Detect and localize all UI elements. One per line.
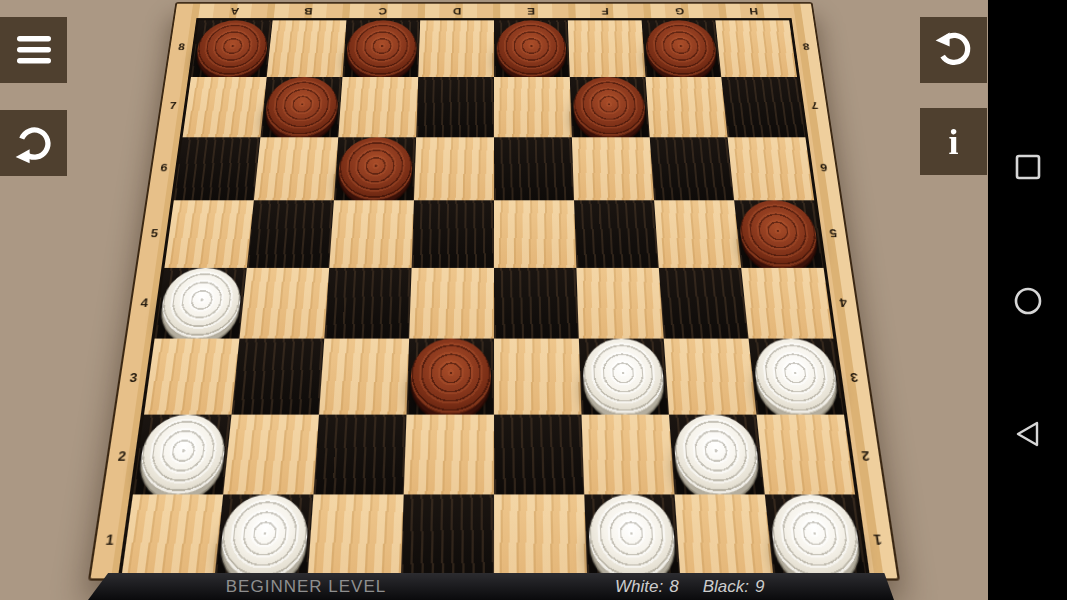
undo-icon: [933, 29, 975, 71]
square-c5[interactable]: [329, 201, 414, 268]
checkers-board: ABCDEFGH 87654321 87654321 ABCDEFGH: [88, 2, 900, 581]
white-score-value: 8: [669, 577, 678, 597]
frame-corner: [175, 4, 199, 19]
square-d1[interactable]: [401, 495, 494, 581]
rank-label-left-2: 2: [117, 449, 127, 463]
square-e6[interactable]: [494, 137, 574, 200]
square-d3[interactable]: [407, 339, 494, 414]
level-label: BEGINNER LEVEL: [216, 577, 396, 597]
black-piece-b7[interactable]: [264, 77, 340, 137]
back-triangle-icon[interactable]: [1015, 421, 1041, 447]
rank-label-right-6: 6: [820, 162, 829, 173]
file-label-top-e: E: [527, 6, 535, 15]
white-piece-a2[interactable]: [137, 414, 229, 494]
square-d7[interactable]: [416, 77, 494, 137]
square-g2[interactable]: [669, 414, 765, 494]
square-f3[interactable]: [579, 339, 669, 414]
square-a8[interactable]: [191, 20, 273, 77]
square-a2[interactable]: [133, 414, 232, 494]
home-circle-icon[interactable]: [1014, 287, 1042, 315]
file-label-top-c: C: [378, 6, 387, 15]
rotate-icon: [13, 122, 55, 164]
rank-label-left-8: 8: [178, 42, 186, 52]
square-g1[interactable]: [675, 495, 774, 581]
black-score-label: Black:: [703, 577, 749, 597]
square-c2[interactable]: [313, 414, 406, 494]
info-icon: i: [948, 124, 958, 160]
square-f5[interactable]: [574, 201, 659, 268]
rank-label-right-4: 4: [839, 297, 848, 309]
square-c6[interactable]: [334, 137, 416, 200]
black-score: Black: 9: [703, 577, 765, 597]
square-e8[interactable]: [494, 20, 570, 77]
square-b1[interactable]: [214, 495, 313, 581]
square-d8[interactable]: [418, 20, 494, 77]
file-label-top-b: B: [304, 6, 313, 15]
file-label-top-h: H: [749, 6, 759, 15]
white-piece-h1[interactable]: [768, 495, 863, 581]
frame-corner: [790, 4, 814, 19]
rank-label-left-7: 7: [169, 100, 177, 110]
square-h6[interactable]: [728, 137, 815, 200]
square-f6[interactable]: [572, 137, 654, 200]
file-label-top-g: G: [674, 6, 684, 15]
black-piece-f7[interactable]: [573, 77, 647, 137]
square-e5[interactable]: [494, 201, 576, 268]
square-d4[interactable]: [409, 268, 494, 339]
white-piece-b1[interactable]: [218, 495, 310, 581]
square-g8[interactable]: [642, 20, 722, 77]
rotate-board-button[interactable]: [0, 110, 67, 176]
square-e1[interactable]: [494, 495, 587, 581]
square-g4[interactable]: [659, 268, 749, 339]
square-h5[interactable]: [734, 201, 823, 268]
square-b3[interactable]: [232, 339, 325, 414]
square-g6[interactable]: [650, 137, 734, 200]
file-labels-top: ABCDEFGH: [196, 4, 791, 19]
rank-label-right-2: 2: [861, 449, 871, 463]
rank-label-left-4: 4: [140, 297, 149, 309]
square-b7[interactable]: [260, 77, 342, 137]
rank-label-left-3: 3: [129, 371, 138, 384]
square-f7[interactable]: [570, 77, 650, 137]
square-d5[interactable]: [412, 201, 494, 268]
square-a3[interactable]: [144, 339, 239, 414]
board-squares: [117, 18, 871, 583]
square-c4[interactable]: [324, 268, 411, 339]
square-e4[interactable]: [494, 268, 579, 339]
square-f8[interactable]: [568, 20, 646, 77]
square-g3[interactable]: [664, 339, 757, 414]
square-c8[interactable]: [342, 20, 420, 77]
rank-label-left-1: 1: [105, 532, 115, 547]
score-readout: White: 8 Black: 9: [615, 577, 764, 597]
white-score-label: White:: [615, 577, 663, 597]
black-piece-a8[interactable]: [194, 20, 270, 77]
white-piece-a4[interactable]: [158, 268, 244, 339]
square-h7[interactable]: [721, 77, 805, 137]
square-g7[interactable]: [646, 77, 728, 137]
square-c7[interactable]: [338, 77, 418, 137]
square-h8[interactable]: [715, 20, 797, 77]
rank-label-left-6: 6: [160, 162, 169, 173]
square-b6[interactable]: [254, 137, 338, 200]
status-bar: BEGINNER LEVEL White: 8 Black: 9: [88, 573, 894, 600]
square-a1[interactable]: [121, 495, 223, 581]
rank-label-right-5: 5: [829, 228, 838, 240]
black-piece-c8[interactable]: [345, 20, 417, 77]
android-nav-bar: [988, 0, 1067, 600]
file-label-top-d: D: [453, 6, 462, 15]
rank-label-right-3: 3: [850, 371, 859, 384]
square-h2[interactable]: [756, 414, 855, 494]
square-b4[interactable]: [239, 268, 329, 339]
square-e2[interactable]: [494, 414, 584, 494]
square-h1[interactable]: [765, 495, 867, 581]
square-f4[interactable]: [576, 268, 663, 339]
black-piece-h5[interactable]: [737, 201, 820, 268]
menu-button[interactable]: [0, 17, 67, 83]
square-b8[interactable]: [267, 20, 347, 77]
square-a5[interactable]: [164, 201, 253, 268]
square-f2[interactable]: [581, 414, 674, 494]
square-a7[interactable]: [183, 77, 267, 137]
undo-button[interactable]: [920, 17, 987, 83]
info-button[interactable]: i: [920, 108, 987, 175]
square-h3[interactable]: [749, 339, 844, 414]
file-label-top-f: F: [601, 6, 609, 15]
recents-square-icon[interactable]: [1015, 154, 1041, 180]
square-g5[interactable]: [654, 201, 741, 268]
rank-label-right-8: 8: [802, 42, 810, 52]
app-screen: { "game": "checkers", "position": { "not…: [0, 0, 1067, 600]
square-a4[interactable]: [155, 268, 247, 339]
white-piece-h3[interactable]: [752, 339, 840, 414]
black-piece-e8[interactable]: [497, 20, 567, 77]
rank-label-left-5: 5: [150, 228, 159, 240]
black-piece-g8[interactable]: [645, 20, 719, 77]
square-b2[interactable]: [223, 414, 319, 494]
square-e7[interactable]: [494, 77, 572, 137]
square-f1[interactable]: [584, 495, 680, 581]
hamburger-icon: [16, 35, 52, 65]
black-piece-c6[interactable]: [337, 137, 413, 200]
white-piece-f1[interactable]: [588, 495, 677, 581]
black-score-value: 9: [755, 577, 764, 597]
square-d2[interactable]: [404, 414, 494, 494]
rank-label-right-1: 1: [873, 532, 883, 547]
square-d6[interactable]: [414, 137, 494, 200]
square-e3[interactable]: [494, 339, 581, 414]
white-score: White: 8: [615, 577, 679, 597]
white-piece-f3[interactable]: [582, 339, 665, 414]
square-h4[interactable]: [741, 268, 833, 339]
square-c3[interactable]: [319, 339, 409, 414]
black-piece-d3[interactable]: [410, 339, 491, 414]
square-a6[interactable]: [174, 137, 261, 200]
rank-label-right-7: 7: [811, 100, 819, 110]
white-piece-g2[interactable]: [672, 414, 761, 494]
square-b5[interactable]: [247, 201, 334, 268]
file-label-top-a: A: [230, 6, 240, 15]
square-c1[interactable]: [308, 495, 404, 581]
